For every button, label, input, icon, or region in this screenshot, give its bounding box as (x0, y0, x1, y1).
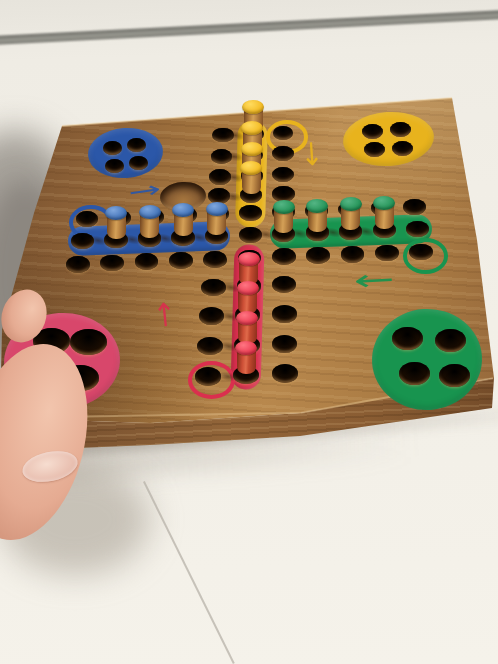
hole-r7c4 (169, 252, 193, 269)
hole-r7c11 (409, 244, 433, 261)
hole-r7c2 (100, 255, 124, 272)
yard-hole-blue-1 (103, 141, 122, 155)
hole-r7c7 (272, 248, 296, 265)
green-arrow-left-icon: ← (349, 264, 399, 295)
hole-r5c11 (403, 199, 426, 215)
peg-yellow[interactable] (242, 100, 264, 114)
yard-circle-green (369, 305, 486, 413)
hole-r2c7 (272, 146, 293, 161)
yellow-arrow-down-icon: ↓ (295, 138, 330, 178)
yard-hole-green-3 (399, 362, 430, 385)
board-layer: →↓←↑ (0, 0, 498, 664)
yard-hole-yellow-4 (392, 141, 413, 156)
peg-yellow[interactable] (241, 142, 263, 156)
yard-hole-green-4 (439, 364, 470, 387)
yard-hole-green-1 (392, 327, 423, 350)
hole-r7c1 (66, 256, 90, 273)
hole-r5c1 (76, 211, 99, 227)
hole-r7c8 (306, 247, 330, 264)
yard-hole-blue-3 (105, 159, 124, 173)
peg-green[interactable] (306, 199, 328, 213)
hole-r8c7 (272, 276, 296, 293)
peg-red[interactable] (238, 252, 260, 266)
hole-r3c7 (272, 167, 294, 182)
yard-hole-blue-2 (127, 138, 146, 152)
yard-hole-blue-4 (129, 156, 148, 170)
hole-r10c7 (272, 335, 298, 353)
yard-circle-blue (86, 125, 164, 180)
peg-red[interactable] (236, 311, 258, 325)
hole-r9c7 (272, 305, 297, 323)
red-arrow-up-icon: ↑ (148, 297, 182, 336)
peg-green[interactable] (273, 200, 295, 214)
peg-blue[interactable] (206, 202, 228, 216)
yard-hole-yellow-1 (362, 124, 383, 139)
yard-hole-green-2 (435, 329, 466, 352)
hole-r7c5 (203, 251, 227, 268)
hole-r7c10 (375, 245, 399, 262)
hole-r11c7 (272, 364, 298, 383)
yard-hole-red-2 (70, 329, 107, 355)
yard-hole-yellow-3 (364, 142, 385, 157)
hole-r7c3 (135, 253, 159, 270)
hole-r11c5 (195, 367, 221, 386)
yard-hole-yellow-2 (390, 122, 411, 137)
hole-r5c6 (239, 205, 262, 221)
yard-circle-yellow (341, 109, 436, 169)
peg-red[interactable] (237, 281, 259, 295)
scene: →↓←↑ (0, 0, 498, 664)
hole-r7c9 (341, 246, 365, 263)
